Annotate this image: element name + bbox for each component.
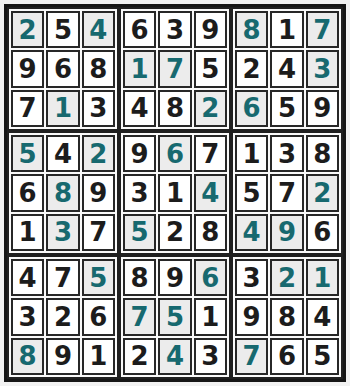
cell-r2c1[interactable]: 9 xyxy=(11,50,44,87)
cell-r2c9[interactable]: 3 xyxy=(306,50,339,87)
cell-r5c6[interactable]: 4 xyxy=(194,174,227,211)
cell-r5c4[interactable]: 3 xyxy=(123,174,156,211)
block-1: 254968713 xyxy=(7,7,119,131)
cell-r9c8[interactable]: 6 xyxy=(270,338,303,375)
cell-r1c2[interactable]: 5 xyxy=(46,11,79,48)
cell-r3c5[interactable]: 8 xyxy=(158,90,191,127)
cell-r9c5[interactable]: 4 xyxy=(158,338,191,375)
cell-r9c2[interactable]: 9 xyxy=(46,338,79,375)
cell-r5c7[interactable]: 5 xyxy=(235,174,268,211)
cell-r8c4[interactable]: 7 xyxy=(123,298,156,335)
block-5: 967314528 xyxy=(119,131,231,255)
block-8: 896751243 xyxy=(119,255,231,379)
cell-r4c3[interactable]: 2 xyxy=(82,135,115,172)
cell-r9c9[interactable]: 5 xyxy=(306,338,339,375)
cell-r9c4[interactable]: 2 xyxy=(123,338,156,375)
cell-r1c5[interactable]: 3 xyxy=(158,11,191,48)
cell-r6c9[interactable]: 6 xyxy=(306,214,339,251)
cell-r6c4[interactable]: 5 xyxy=(123,214,156,251)
cell-r5c5[interactable]: 1 xyxy=(158,174,191,211)
cell-r4c9[interactable]: 8 xyxy=(306,135,339,172)
cell-r2c2[interactable]: 6 xyxy=(46,50,79,87)
cell-r7c2[interactable]: 7 xyxy=(46,259,79,296)
cell-r7c3[interactable]: 5 xyxy=(82,259,115,296)
cell-r6c7[interactable]: 4 xyxy=(235,214,268,251)
cell-r7c5[interactable]: 9 xyxy=(158,259,191,296)
block-7: 475326891 xyxy=(7,255,119,379)
cell-r3c4[interactable]: 4 xyxy=(123,90,156,127)
cell-r8c9[interactable]: 4 xyxy=(306,298,339,335)
cell-r8c8[interactable]: 8 xyxy=(270,298,303,335)
cell-r8c3[interactable]: 6 xyxy=(82,298,115,335)
cell-r4c1[interactable]: 5 xyxy=(11,135,44,172)
cell-r2c6[interactable]: 5 xyxy=(194,50,227,87)
cell-r9c1[interactable]: 8 xyxy=(11,338,44,375)
cell-r1c7[interactable]: 8 xyxy=(235,11,268,48)
cell-r8c7[interactable]: 9 xyxy=(235,298,268,335)
cell-r3c9[interactable]: 9 xyxy=(306,90,339,127)
cell-r8c2[interactable]: 2 xyxy=(46,298,79,335)
cell-r7c6[interactable]: 6 xyxy=(194,259,227,296)
cell-r3c2[interactable]: 1 xyxy=(46,90,79,127)
cell-r6c8[interactable]: 9 xyxy=(270,214,303,251)
cell-r7c9[interactable]: 1 xyxy=(306,259,339,296)
cell-r6c2[interactable]: 3 xyxy=(46,214,79,251)
cell-r1c6[interactable]: 9 xyxy=(194,11,227,48)
block-9: 321984765 xyxy=(231,255,343,379)
cell-r3c8[interactable]: 5 xyxy=(270,90,303,127)
cell-r6c6[interactable]: 8 xyxy=(194,214,227,251)
cell-r3c7[interactable]: 6 xyxy=(235,90,268,127)
cell-r6c5[interactable]: 2 xyxy=(158,214,191,251)
cell-r4c5[interactable]: 6 xyxy=(158,135,191,172)
cell-r3c1[interactable]: 7 xyxy=(11,90,44,127)
cell-r7c1[interactable]: 4 xyxy=(11,259,44,296)
cell-r5c1[interactable]: 6 xyxy=(11,174,44,211)
cell-r1c1[interactable]: 2 xyxy=(11,11,44,48)
cell-r8c6[interactable]: 1 xyxy=(194,298,227,335)
cell-r2c8[interactable]: 4 xyxy=(270,50,303,87)
cell-r1c4[interactable]: 6 xyxy=(123,11,156,48)
block-3: 817243659 xyxy=(231,7,343,131)
cell-r1c3[interactable]: 4 xyxy=(82,11,115,48)
cell-r5c3[interactable]: 9 xyxy=(82,174,115,211)
cell-r7c7[interactable]: 3 xyxy=(235,259,268,296)
block-2: 639175482 xyxy=(119,7,231,131)
cell-r4c4[interactable]: 9 xyxy=(123,135,156,172)
cell-r3c3[interactable]: 3 xyxy=(82,90,115,127)
cell-r9c6[interactable]: 3 xyxy=(194,338,227,375)
cell-r5c9[interactable]: 2 xyxy=(306,174,339,211)
cell-r2c5[interactable]: 7 xyxy=(158,50,191,87)
cell-r8c5[interactable]: 5 xyxy=(158,298,191,335)
cell-r1c8[interactable]: 1 xyxy=(270,11,303,48)
cell-r2c7[interactable]: 2 xyxy=(235,50,268,87)
cell-r5c8[interactable]: 7 xyxy=(270,174,303,211)
cell-r6c1[interactable]: 1 xyxy=(11,214,44,251)
cell-r5c2[interactable]: 8 xyxy=(46,174,79,211)
block-4: 542689137 xyxy=(7,131,119,255)
sudoku-board: 2549687136391754828172436595426891379673… xyxy=(4,4,346,382)
cell-r9c3[interactable]: 1 xyxy=(82,338,115,375)
cell-r4c7[interactable]: 1 xyxy=(235,135,268,172)
cell-r2c4[interactable]: 1 xyxy=(123,50,156,87)
cell-r6c3[interactable]: 7 xyxy=(82,214,115,251)
cell-r4c6[interactable]: 7 xyxy=(194,135,227,172)
cell-r9c7[interactable]: 7 xyxy=(235,338,268,375)
cell-r2c3[interactable]: 8 xyxy=(82,50,115,87)
cell-r1c9[interactable]: 7 xyxy=(306,11,339,48)
cell-r4c2[interactable]: 4 xyxy=(46,135,79,172)
cell-r7c4[interactable]: 8 xyxy=(123,259,156,296)
cell-r8c1[interactable]: 3 xyxy=(11,298,44,335)
block-6: 138572496 xyxy=(231,131,343,255)
cell-r7c8[interactable]: 2 xyxy=(270,259,303,296)
cell-r4c8[interactable]: 3 xyxy=(270,135,303,172)
cell-r3c6[interactable]: 2 xyxy=(194,90,227,127)
